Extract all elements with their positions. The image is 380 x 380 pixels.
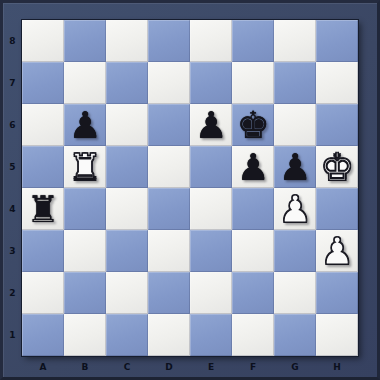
square-c2[interactable] bbox=[106, 272, 148, 314]
square-h1[interactable] bbox=[316, 314, 358, 356]
square-c6[interactable] bbox=[106, 104, 148, 146]
square-h5[interactable]: ♚ bbox=[316, 146, 358, 188]
file-labels: ABCDEFGH bbox=[22, 357, 358, 377]
square-f8[interactable] bbox=[232, 20, 274, 62]
square-a5[interactable] bbox=[22, 146, 64, 188]
square-d5[interactable] bbox=[148, 146, 190, 188]
square-g5[interactable]: ♟ bbox=[274, 146, 316, 188]
square-g2[interactable] bbox=[274, 272, 316, 314]
square-c7[interactable] bbox=[106, 62, 148, 104]
square-a2[interactable] bbox=[22, 272, 64, 314]
square-g4[interactable]: ♟ bbox=[274, 188, 316, 230]
square-e3[interactable] bbox=[190, 230, 232, 272]
square-f4[interactable] bbox=[232, 188, 274, 230]
board-frame: 87654321 ♟♟♚♜♟♟♚♜♟♟ ABCDEFGH bbox=[0, 0, 380, 380]
piece-white-pawn[interactable]: ♟ bbox=[320, 233, 353, 270]
square-a4[interactable]: ♜ bbox=[22, 188, 64, 230]
chess-board: ♟♟♚♜♟♟♚♜♟♟ bbox=[22, 20, 358, 356]
square-b2[interactable] bbox=[64, 272, 106, 314]
square-e4[interactable] bbox=[190, 188, 232, 230]
piece-black-pawn[interactable]: ♟ bbox=[194, 107, 227, 144]
piece-black-pawn[interactable]: ♟ bbox=[236, 149, 269, 186]
rank-label-1: 1 bbox=[3, 314, 22, 356]
square-h7[interactable] bbox=[316, 62, 358, 104]
piece-white-king[interactable]: ♚ bbox=[320, 149, 353, 186]
square-g7[interactable] bbox=[274, 62, 316, 104]
file-label-g: G bbox=[274, 357, 316, 377]
file-label-e: E bbox=[190, 357, 232, 377]
square-f5[interactable]: ♟ bbox=[232, 146, 274, 188]
piece-black-king[interactable]: ♚ bbox=[236, 107, 269, 144]
piece-black-rook[interactable]: ♜ bbox=[26, 191, 59, 228]
square-h4[interactable] bbox=[316, 188, 358, 230]
square-f7[interactable] bbox=[232, 62, 274, 104]
square-c3[interactable] bbox=[106, 230, 148, 272]
rank-label-5: 5 bbox=[3, 146, 22, 188]
square-d3[interactable] bbox=[148, 230, 190, 272]
piece-black-pawn[interactable]: ♟ bbox=[278, 149, 311, 186]
square-h3[interactable]: ♟ bbox=[316, 230, 358, 272]
square-a6[interactable] bbox=[22, 104, 64, 146]
square-h6[interactable] bbox=[316, 104, 358, 146]
square-d2[interactable] bbox=[148, 272, 190, 314]
square-d1[interactable] bbox=[148, 314, 190, 356]
piece-black-pawn[interactable]: ♟ bbox=[68, 107, 101, 144]
square-d7[interactable] bbox=[148, 62, 190, 104]
square-b1[interactable] bbox=[64, 314, 106, 356]
square-e2[interactable] bbox=[190, 272, 232, 314]
square-h8[interactable] bbox=[316, 20, 358, 62]
square-b5[interactable]: ♜ bbox=[64, 146, 106, 188]
file-label-c: C bbox=[106, 357, 148, 377]
square-c1[interactable] bbox=[106, 314, 148, 356]
square-d4[interactable] bbox=[148, 188, 190, 230]
file-label-a: A bbox=[22, 357, 64, 377]
square-a3[interactable] bbox=[22, 230, 64, 272]
square-c8[interactable] bbox=[106, 20, 148, 62]
rank-label-4: 4 bbox=[3, 188, 22, 230]
rank-label-8: 8 bbox=[3, 20, 22, 62]
square-a8[interactable] bbox=[22, 20, 64, 62]
square-c4[interactable] bbox=[106, 188, 148, 230]
rank-label-6: 6 bbox=[3, 104, 22, 146]
square-e7[interactable] bbox=[190, 62, 232, 104]
file-label-h: H bbox=[316, 357, 358, 377]
square-f3[interactable] bbox=[232, 230, 274, 272]
square-e1[interactable] bbox=[190, 314, 232, 356]
square-f1[interactable] bbox=[232, 314, 274, 356]
rank-label-3: 3 bbox=[3, 230, 22, 272]
square-b8[interactable] bbox=[64, 20, 106, 62]
square-e6[interactable]: ♟ bbox=[190, 104, 232, 146]
file-label-b: B bbox=[64, 357, 106, 377]
square-g6[interactable] bbox=[274, 104, 316, 146]
square-g8[interactable] bbox=[274, 20, 316, 62]
piece-white-rook[interactable]: ♜ bbox=[68, 149, 101, 186]
rank-labels: 87654321 bbox=[3, 20, 22, 356]
square-d6[interactable] bbox=[148, 104, 190, 146]
square-b7[interactable] bbox=[64, 62, 106, 104]
square-e8[interactable] bbox=[190, 20, 232, 62]
square-f6[interactable]: ♚ bbox=[232, 104, 274, 146]
rank-label-7: 7 bbox=[3, 62, 22, 104]
square-g3[interactable] bbox=[274, 230, 316, 272]
file-label-d: D bbox=[148, 357, 190, 377]
square-a1[interactable] bbox=[22, 314, 64, 356]
rank-label-2: 2 bbox=[3, 272, 22, 314]
square-a7[interactable] bbox=[22, 62, 64, 104]
square-h2[interactable] bbox=[316, 272, 358, 314]
square-e5[interactable] bbox=[190, 146, 232, 188]
square-b3[interactable] bbox=[64, 230, 106, 272]
piece-white-pawn[interactable]: ♟ bbox=[278, 191, 311, 228]
square-f2[interactable] bbox=[232, 272, 274, 314]
square-g1[interactable] bbox=[274, 314, 316, 356]
square-c5[interactable] bbox=[106, 146, 148, 188]
square-b4[interactable] bbox=[64, 188, 106, 230]
file-label-f: F bbox=[232, 357, 274, 377]
square-d8[interactable] bbox=[148, 20, 190, 62]
square-b6[interactable]: ♟ bbox=[64, 104, 106, 146]
